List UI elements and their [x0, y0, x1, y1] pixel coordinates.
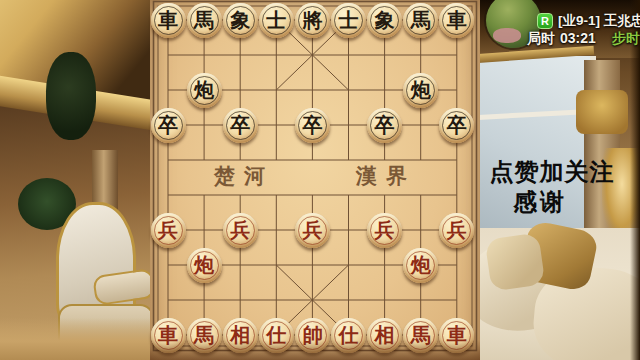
piece-black-pawn[interactable]: 卒 [151, 108, 186, 143]
plant-decor [46, 52, 96, 140]
step-time-label: 步时 [612, 30, 640, 48]
game-screen: 楚河 漢界 車馬象士將士象馬車炮炮卒卒卒卒卒兵兵兵兵兵炮炮車馬相仕帥仕相馬車 R… [0, 0, 640, 360]
piece-black-chariot[interactable]: 車 [151, 3, 186, 38]
piece-red-pawn[interactable]: 兵 [151, 213, 186, 248]
piece-black-elephant[interactable]: 象 [367, 3, 402, 38]
piece-black-pawn[interactable]: 卒 [223, 108, 258, 143]
piece-black-general[interactable]: 將 [295, 3, 330, 38]
piece-black-pawn[interactable]: 卒 [367, 108, 402, 143]
piece-red-pawn[interactable]: 兵 [367, 213, 402, 248]
player-tag: [业9-1] 王兆忠 [558, 12, 640, 30]
piece-black-horse[interactable]: 馬 [187, 3, 222, 38]
xiangqi-board[interactable]: 楚河 漢界 車馬象士將士象馬車炮炮卒卒卒卒卒兵兵兵兵兵炮炮車馬相仕帥仕相馬車 [150, 0, 480, 360]
piece-red-pawn[interactable]: 兵 [439, 213, 474, 248]
piece-black-horse[interactable]: 馬 [403, 3, 438, 38]
game-time-value: 03:21 [560, 30, 596, 46]
wall-edge-shadow [630, 0, 640, 360]
piece-red-pawn[interactable]: 兵 [223, 213, 258, 248]
cta-overlay: 点赞加关注 感谢 [484, 156, 620, 218]
gold-capital [576, 90, 628, 134]
piece-black-pawn[interactable]: 卒 [295, 108, 330, 143]
piece-red-cannon[interactable]: 炮 [403, 248, 438, 283]
cta-line1: 点赞加关注 [484, 156, 620, 188]
rank-badge: R [537, 13, 553, 29]
piece-black-advisor[interactable]: 士 [259, 3, 294, 38]
board-grid [150, 0, 480, 360]
piece-black-elephant[interactable]: 象 [223, 3, 258, 38]
piece-black-pawn[interactable]: 卒 [439, 108, 474, 143]
piece-black-cannon[interactable]: 炮 [403, 73, 438, 108]
piece-red-cannon[interactable]: 炮 [187, 248, 222, 283]
game-time-label: 局时 [527, 30, 555, 48]
cream-pillow [485, 232, 546, 291]
background-left-room [0, 0, 150, 360]
board-bottom-shadow [150, 340, 480, 360]
river-label-left: 楚河 [214, 163, 274, 189]
piece-black-cannon[interactable]: 炮 [187, 73, 222, 108]
piece-black-advisor[interactable]: 士 [331, 3, 366, 38]
piece-black-chariot[interactable]: 車 [439, 3, 474, 38]
piece-red-pawn[interactable]: 兵 [295, 213, 330, 248]
river-label-right: 漢界 [356, 163, 416, 189]
cta-line2: 感谢 [472, 186, 608, 218]
marble-floor [0, 318, 150, 360]
